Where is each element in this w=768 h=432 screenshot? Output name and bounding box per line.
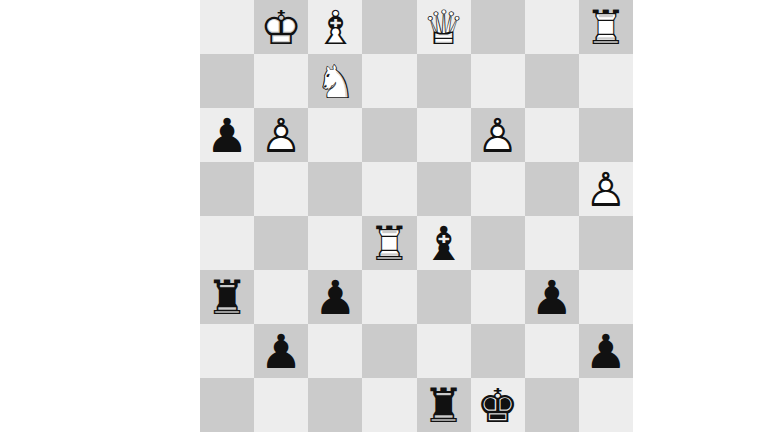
square-h1[interactable] [579, 378, 633, 432]
white-bishop-c8[interactable]: ♝♗ [308, 0, 362, 54]
square-c2[interactable] [308, 324, 362, 378]
white-pawn-b6[interactable]: ♟♙ [254, 108, 308, 162]
square-e8[interactable]: ♛♕ [417, 0, 471, 54]
white-rook-icon: ♖ [362, 216, 416, 270]
white-pawn-icon: ♙ [254, 108, 308, 162]
white-pawn-f6[interactable]: ♟♙ [471, 108, 525, 162]
square-e3[interactable] [417, 270, 471, 324]
square-d8[interactable] [362, 0, 416, 54]
square-h8[interactable]: ♜♖ [579, 0, 633, 54]
black-king-f1[interactable]: ♚ [471, 378, 525, 432]
square-f4[interactable] [471, 216, 525, 270]
square-f5[interactable] [471, 162, 525, 216]
black-rook-icon: ♜ [200, 270, 254, 324]
square-d3[interactable] [362, 270, 416, 324]
square-f7[interactable] [471, 54, 525, 108]
square-g2[interactable] [525, 324, 579, 378]
square-f6[interactable]: ♟♙ [471, 108, 525, 162]
black-bishop-icon: ♝ [417, 216, 471, 270]
black-pawn-b2[interactable]: ♟ [254, 324, 308, 378]
white-rook-icon: ♖ [579, 0, 633, 54]
square-g8[interactable] [525, 0, 579, 54]
square-b3[interactable] [254, 270, 308, 324]
black-pawn-icon: ♟ [308, 270, 362, 324]
square-d2[interactable] [362, 324, 416, 378]
black-pawn-icon: ♟ [525, 270, 579, 324]
square-h3[interactable] [579, 270, 633, 324]
white-knight-icon: ♘ [308, 54, 362, 108]
black-pawn-h2[interactable]: ♟ [579, 324, 633, 378]
square-h7[interactable] [579, 54, 633, 108]
black-pawn-icon: ♟ [254, 324, 308, 378]
black-rook-e1[interactable]: ♜ [417, 378, 471, 432]
square-c7[interactable]: ♞♘ [308, 54, 362, 108]
black-pawn-c3[interactable]: ♟ [308, 270, 362, 324]
white-rook-h8[interactable]: ♜♖ [579, 0, 633, 54]
white-pawn-h5[interactable]: ♟♙ [579, 162, 633, 216]
white-king-b8[interactable]: ♚♔ [254, 0, 308, 54]
square-g5[interactable] [525, 162, 579, 216]
black-king-icon: ♚ [471, 378, 525, 432]
square-d6[interactable] [362, 108, 416, 162]
square-b5[interactable] [254, 162, 308, 216]
square-g7[interactable] [525, 54, 579, 108]
square-f2[interactable] [471, 324, 525, 378]
square-c3[interactable]: ♟ [308, 270, 362, 324]
chess-board: ♚♔♝♗♛♕♜♖♞♘♟♟♙♟♙♟♙♜♖♝♜♟♟♟♟♜♚ [200, 0, 633, 432]
square-d7[interactable] [362, 54, 416, 108]
square-h2[interactable]: ♟ [579, 324, 633, 378]
square-g1[interactable] [525, 378, 579, 432]
square-e2[interactable] [417, 324, 471, 378]
square-c5[interactable] [308, 162, 362, 216]
square-h5[interactable]: ♟♙ [579, 162, 633, 216]
white-rook-d4[interactable]: ♜♖ [362, 216, 416, 270]
square-a8[interactable] [200, 0, 254, 54]
square-g3[interactable]: ♟ [525, 270, 579, 324]
black-bishop-e4[interactable]: ♝ [417, 216, 471, 270]
square-f1[interactable]: ♚ [471, 378, 525, 432]
square-f8[interactable] [471, 0, 525, 54]
square-c1[interactable] [308, 378, 362, 432]
square-h4[interactable] [579, 216, 633, 270]
square-g6[interactable] [525, 108, 579, 162]
square-e7[interactable] [417, 54, 471, 108]
square-e1[interactable]: ♜ [417, 378, 471, 432]
square-e4[interactable]: ♝ [417, 216, 471, 270]
square-a4[interactable] [200, 216, 254, 270]
white-pawn-icon: ♙ [471, 108, 525, 162]
white-queen-icon: ♕ [417, 0, 471, 54]
black-pawn-icon: ♟ [200, 108, 254, 162]
black-pawn-icon: ♟ [579, 324, 633, 378]
white-king-icon: ♔ [254, 0, 308, 54]
black-rook-a3[interactable]: ♜ [200, 270, 254, 324]
square-a3[interactable]: ♜ [200, 270, 254, 324]
black-pawn-a6[interactable]: ♟ [200, 108, 254, 162]
square-b8[interactable]: ♚♔ [254, 0, 308, 54]
square-b6[interactable]: ♟♙ [254, 108, 308, 162]
square-b1[interactable] [254, 378, 308, 432]
white-bishop-icon: ♗ [308, 0, 362, 54]
screenshot-root: ♚♔♝♗♛♕♜♖♞♘♟♟♙♟♙♟♙♜♖♝♜♟♟♟♟♜♚ [0, 0, 768, 432]
square-c4[interactable] [308, 216, 362, 270]
square-b7[interactable] [254, 54, 308, 108]
square-c6[interactable] [308, 108, 362, 162]
square-a1[interactable] [200, 378, 254, 432]
square-a5[interactable] [200, 162, 254, 216]
white-pawn-icon: ♙ [579, 162, 633, 216]
white-knight-c7[interactable]: ♞♘ [308, 54, 362, 108]
black-pawn-g3[interactable]: ♟ [525, 270, 579, 324]
square-h6[interactable] [579, 108, 633, 162]
square-a7[interactable] [200, 54, 254, 108]
black-rook-icon: ♜ [417, 378, 471, 432]
square-b2[interactable]: ♟ [254, 324, 308, 378]
square-b4[interactable] [254, 216, 308, 270]
square-e5[interactable] [417, 162, 471, 216]
white-queen-e8[interactable]: ♛♕ [417, 0, 471, 54]
square-d4[interactable]: ♜♖ [362, 216, 416, 270]
square-c8[interactable]: ♝♗ [308, 0, 362, 54]
square-d1[interactable] [362, 378, 416, 432]
square-a2[interactable] [200, 324, 254, 378]
square-e6[interactable] [417, 108, 471, 162]
square-f3[interactable] [471, 270, 525, 324]
square-d5[interactable] [362, 162, 416, 216]
square-a6[interactable]: ♟ [200, 108, 254, 162]
square-g4[interactable] [525, 216, 579, 270]
